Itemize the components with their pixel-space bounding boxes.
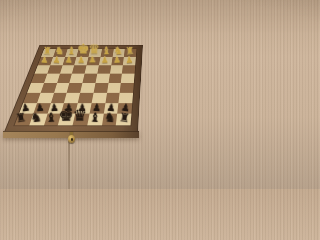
square: [103, 103, 118, 114]
square: [102, 114, 118, 126]
square: [111, 57, 124, 65]
square: [117, 103, 132, 114]
chess-board: ♜♞♝♚♛♝♞♜♟♟♟♟♟♟♟♟♟♟♟♟♟♟♟♟♜♞♝♚♛♝♞♜: [4, 45, 142, 132]
chessboard-photo-scene: ♜♞♝♚♛♝♞♜♟♟♟♟♟♟♟♟♟♟♟♟♟♟♟♟♜♞♝♚♛♝♞♜: [0, 0, 142, 189]
square: [110, 65, 124, 74]
square: [116, 114, 131, 126]
square: [107, 83, 121, 93]
photo-background: { "meta": { "description": "Angled overh…: [0, 0, 142, 189]
square: [105, 93, 120, 103]
brass-clasp-icon: [68, 132, 75, 145]
square: [120, 83, 134, 93]
floor-plank-seam: [68, 138, 70, 189]
clasp-hole: [71, 138, 73, 141]
square: [121, 74, 135, 83]
square: [108, 74, 122, 83]
square: [123, 57, 136, 65]
square: [124, 49, 136, 57]
square: [119, 93, 133, 103]
square: [122, 65, 135, 74]
square: [112, 49, 125, 57]
